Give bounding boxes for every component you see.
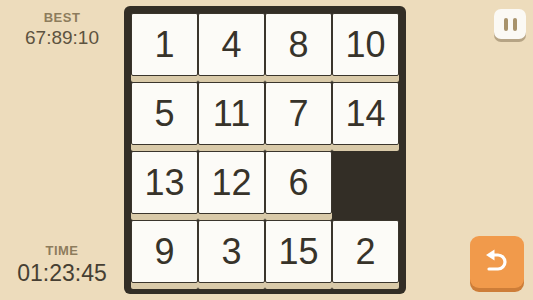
puzzle-board: 148105117141312693152	[124, 6, 406, 294]
tile-12[interactable]: 12	[198, 151, 265, 214]
empty-cell	[332, 151, 399, 214]
undo-arrow-icon	[480, 245, 514, 279]
pause-button[interactable]	[494, 9, 526, 39]
tile-15[interactable]: 15	[265, 220, 332, 283]
game-screen: BEST 67:89:10 TIME 01:23:45 148105117141…	[0, 0, 533, 300]
best-value: 67:89:10	[0, 27, 124, 49]
tile-7[interactable]: 7	[265, 82, 332, 145]
pause-icon	[513, 18, 517, 31]
tile-8[interactable]: 8	[265, 13, 332, 76]
best-label: BEST	[0, 10, 124, 25]
time-display: TIME 01:23:45	[0, 243, 124, 287]
tile-1[interactable]: 1	[131, 13, 198, 76]
tile-10[interactable]: 10	[332, 13, 399, 76]
tile-2[interactable]: 2	[332, 220, 399, 283]
tile-5[interactable]: 5	[131, 82, 198, 145]
tile-14[interactable]: 14	[332, 82, 399, 145]
time-value: 01:23:45	[0, 260, 124, 287]
undo-button[interactable]	[470, 236, 524, 288]
time-label: TIME	[0, 243, 124, 258]
tile-4[interactable]: 4	[198, 13, 265, 76]
tile-11[interactable]: 11	[198, 82, 265, 145]
pause-icon	[504, 18, 508, 31]
tile-13[interactable]: 13	[131, 151, 198, 214]
tile-9[interactable]: 9	[131, 220, 198, 283]
tile-3[interactable]: 3	[198, 220, 265, 283]
best-score: BEST 67:89:10	[0, 10, 124, 49]
tile-6[interactable]: 6	[265, 151, 332, 214]
